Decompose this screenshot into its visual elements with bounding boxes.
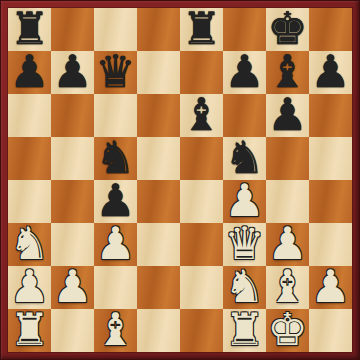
black-rook-piece[interactable]: ♜ <box>9 7 49 50</box>
square-d8[interactable] <box>137 8 180 51</box>
square-g6[interactable]: ♟ <box>266 94 309 137</box>
square-b4[interactable] <box>51 180 94 223</box>
square-c1[interactable]: ♝ <box>94 309 137 352</box>
black-queen-piece[interactable]: ♛ <box>95 50 135 93</box>
square-d5[interactable] <box>137 137 180 180</box>
square-b6[interactable] <box>51 94 94 137</box>
white-pawn-piece[interactable]: ♟ <box>9 265 49 308</box>
white-rook-piece[interactable]: ♜ <box>9 308 49 351</box>
square-e1[interactable] <box>180 309 223 352</box>
black-pawn-piece[interactable]: ♟ <box>9 50 49 93</box>
square-e2[interactable] <box>180 266 223 309</box>
black-pawn-piece[interactable]: ♟ <box>267 93 307 136</box>
square-d1[interactable] <box>137 309 180 352</box>
square-b7[interactable]: ♟ <box>51 51 94 94</box>
white-rook-piece[interactable]: ♜ <box>224 308 264 351</box>
square-d2[interactable] <box>137 266 180 309</box>
white-queen-piece[interactable]: ♛ <box>224 222 264 265</box>
white-king-piece[interactable]: ♚ <box>267 308 307 351</box>
square-e8[interactable]: ♜ <box>180 8 223 51</box>
square-b2[interactable]: ♟ <box>51 266 94 309</box>
white-pawn-piece[interactable]: ♟ <box>310 265 350 308</box>
square-f1[interactable]: ♜ <box>223 309 266 352</box>
square-b1[interactable] <box>51 309 94 352</box>
square-g5[interactable] <box>266 137 309 180</box>
black-knight-piece[interactable]: ♞ <box>95 136 135 179</box>
chess-board: ♜♜♚♟♟♛♟♝♟♝♟♞♞♟♟♞♟♛♟♟♟♞♝♟♜♝♜♚ <box>8 8 352 352</box>
black-pawn-piece[interactable]: ♟ <box>95 179 135 222</box>
black-rook-piece[interactable]: ♜ <box>181 7 221 50</box>
white-pawn-piece[interactable]: ♟ <box>267 222 307 265</box>
square-d7[interactable] <box>137 51 180 94</box>
black-pawn-piece[interactable]: ♟ <box>310 50 350 93</box>
square-a7[interactable]: ♟ <box>8 51 51 94</box>
black-bishop-piece[interactable]: ♝ <box>267 50 307 93</box>
white-knight-piece[interactable]: ♞ <box>224 265 264 308</box>
white-knight-piece[interactable]: ♞ <box>9 222 49 265</box>
square-c7[interactable]: ♛ <box>94 51 137 94</box>
square-h5[interactable] <box>309 137 352 180</box>
black-bishop-piece[interactable]: ♝ <box>181 93 221 136</box>
square-e5[interactable] <box>180 137 223 180</box>
square-h1[interactable] <box>309 309 352 352</box>
square-h7[interactable]: ♟ <box>309 51 352 94</box>
square-h6[interactable] <box>309 94 352 137</box>
square-e3[interactable] <box>180 223 223 266</box>
square-e4[interactable] <box>180 180 223 223</box>
black-pawn-piece[interactable]: ♟ <box>52 50 92 93</box>
square-d3[interactable] <box>137 223 180 266</box>
square-f7[interactable]: ♟ <box>223 51 266 94</box>
square-d6[interactable] <box>137 94 180 137</box>
square-a5[interactable] <box>8 137 51 180</box>
white-pawn-piece[interactable]: ♟ <box>224 179 264 222</box>
square-h2[interactable]: ♟ <box>309 266 352 309</box>
black-knight-piece[interactable]: ♞ <box>224 136 264 179</box>
square-b5[interactable] <box>51 137 94 180</box>
white-bishop-piece[interactable]: ♝ <box>95 308 135 351</box>
square-g1[interactable]: ♚ <box>266 309 309 352</box>
white-pawn-piece[interactable]: ♟ <box>95 222 135 265</box>
square-c3[interactable]: ♟ <box>94 223 137 266</box>
square-d4[interactable] <box>137 180 180 223</box>
board-frame: ♜♜♚♟♟♛♟♝♟♝♟♞♞♟♟♞♟♛♟♟♟♞♝♟♜♝♜♚ <box>0 0 360 360</box>
square-h4[interactable] <box>309 180 352 223</box>
black-pawn-piece[interactable]: ♟ <box>224 50 264 93</box>
square-a1[interactable]: ♜ <box>8 309 51 352</box>
square-e6[interactable]: ♝ <box>180 94 223 137</box>
white-bishop-piece[interactable]: ♝ <box>267 265 307 308</box>
square-a6[interactable] <box>8 94 51 137</box>
black-king-piece[interactable]: ♚ <box>267 7 307 50</box>
white-pawn-piece[interactable]: ♟ <box>52 265 92 308</box>
